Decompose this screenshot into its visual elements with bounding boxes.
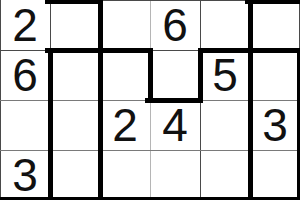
cell-r0c2[interactable]	[100, 0, 150, 50]
cell-digit: 6	[162, 0, 188, 50]
cell-r3c2[interactable]	[100, 150, 150, 200]
cell-r3c4[interactable]	[200, 150, 250, 200]
cell-digit: 2	[12, 0, 38, 50]
cell-digit: 5	[212, 50, 238, 100]
cell-r0c1[interactable]	[50, 0, 100, 50]
cell-r2c5[interactable]: 3	[250, 100, 300, 150]
cell-r1c1[interactable]	[50, 50, 100, 100]
cell-r0c3[interactable]: 6	[150, 0, 200, 50]
cell-r3c5[interactable]	[250, 150, 300, 200]
cell-r1c4[interactable]: 5	[200, 50, 250, 100]
cell-r2c3[interactable]: 4	[150, 100, 200, 150]
cell-r0c4[interactable]	[200, 0, 250, 50]
cell-r0c0[interactable]: 2	[0, 0, 50, 50]
cell-r2c0[interactable]	[0, 100, 50, 150]
cell-digit: 6	[12, 50, 38, 100]
cell-r3c3[interactable]	[150, 150, 200, 200]
cell-r2c1[interactable]	[50, 100, 100, 150]
puzzle-board: 26652433	[0, 0, 300, 200]
cell-digit: 4	[162, 100, 188, 150]
cell-digit: 3	[12, 150, 38, 200]
cell-r3c0[interactable]: 3	[0, 150, 50, 200]
cell-digit: 2	[112, 100, 138, 150]
cell-digit: 3	[262, 100, 288, 150]
cell-r0c5[interactable]	[250, 0, 300, 50]
cell-r2c2[interactable]: 2	[100, 100, 150, 150]
cell-r1c0[interactable]: 6	[0, 50, 50, 100]
cell-r3c1[interactable]	[50, 150, 100, 200]
cell-r1c5[interactable]	[250, 50, 300, 100]
cell-r2c4[interactable]	[200, 100, 250, 150]
cell-r1c3[interactable]	[150, 50, 200, 100]
cell-r1c2[interactable]	[100, 50, 150, 100]
